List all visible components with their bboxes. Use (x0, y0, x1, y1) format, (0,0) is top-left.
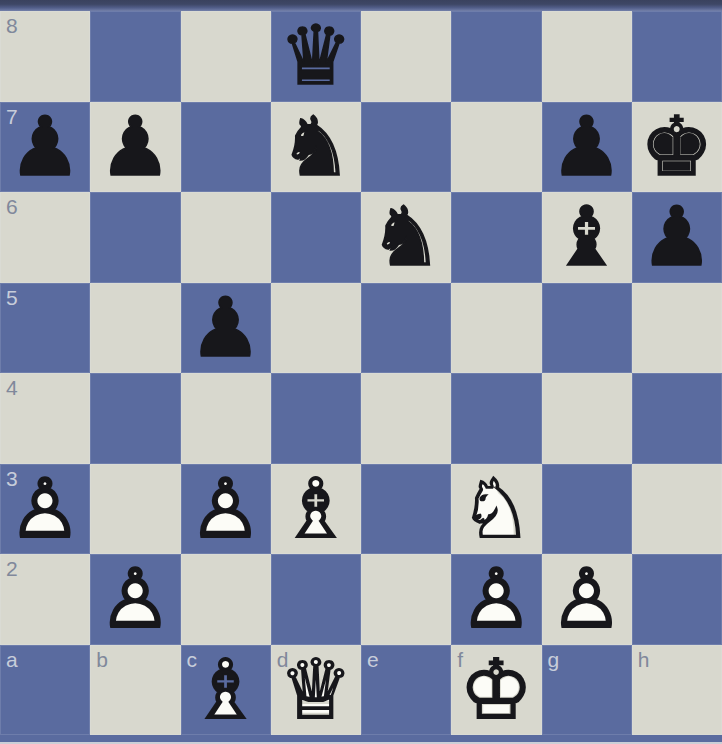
square-b6[interactable] (90, 192, 180, 283)
square-f4[interactable] (451, 373, 541, 464)
square-d1[interactable]: d♛♕ (271, 645, 361, 736)
chess-board: 8♛7♟♟♞♟♚6♞♝♟5♟43♟♙♟♙♝♗♞♘2♟♙♟♙♟♙abc♝♗d♛♕e… (0, 11, 722, 735)
square-g7[interactable]: ♟ (542, 102, 632, 193)
white-bishop-piece[interactable]: ♝♗ (271, 464, 361, 555)
white-pawn-piece[interactable]: ♟♙ (181, 464, 271, 555)
square-d7[interactable]: ♞ (271, 102, 361, 193)
square-a3[interactable]: 3♟♙ (0, 464, 90, 555)
square-d6[interactable] (271, 192, 361, 283)
square-d4[interactable] (271, 373, 361, 464)
coordinate-label-g: g (548, 649, 560, 670)
coordinate-label-4: 4 (6, 377, 18, 398)
square-c8[interactable] (181, 11, 271, 102)
square-g8[interactable] (542, 11, 632, 102)
white-piece-outline: ♙ (99, 558, 173, 640)
coordinate-label-e: e (367, 649, 379, 670)
white-piece-outline: ♙ (460, 558, 534, 640)
square-h6[interactable]: ♟ (632, 192, 722, 283)
board-top-edge (0, 0, 722, 11)
square-c2[interactable] (181, 554, 271, 645)
white-pawn-piece[interactable]: ♟♙ (451, 554, 541, 645)
coordinate-label-2: 2 (6, 558, 18, 579)
white-piece-outline: ♗ (279, 468, 353, 550)
square-f1[interactable]: f♚♔ (451, 645, 541, 736)
white-piece-fill: ♟ (460, 558, 534, 640)
black-knight-piece[interactable]: ♞ (271, 102, 361, 193)
white-piece-outline: ♕ (279, 649, 353, 731)
black-piece-glyph: ♚ (640, 106, 714, 188)
white-piece-outline: ♙ (189, 468, 263, 550)
white-piece-fill: ♝ (189, 649, 263, 731)
square-e2[interactable] (361, 554, 451, 645)
white-piece-outline: ♗ (189, 649, 263, 731)
black-pawn-piece[interactable]: ♟ (542, 102, 632, 193)
white-piece-fill: ♟ (550, 558, 624, 640)
black-queen-piece[interactable]: ♛ (271, 11, 361, 102)
square-c3[interactable]: ♟♙ (181, 464, 271, 555)
square-g5[interactable] (542, 283, 632, 374)
square-a7[interactable]: 7♟ (0, 102, 90, 193)
square-h4[interactable] (632, 373, 722, 464)
black-king-piece[interactable]: ♚ (632, 102, 722, 193)
square-c7[interactable] (181, 102, 271, 193)
square-g1[interactable]: g (542, 645, 632, 736)
square-g4[interactable] (542, 373, 632, 464)
white-piece-fill: ♚ (460, 649, 534, 731)
square-h8[interactable] (632, 11, 722, 102)
square-f8[interactable] (451, 11, 541, 102)
coordinate-label-6: 6 (6, 196, 18, 217)
white-piece-fill: ♟ (189, 468, 263, 550)
square-a4[interactable]: 4 (0, 373, 90, 464)
coordinate-label-b: b (96, 649, 108, 670)
square-e1[interactable]: e (361, 645, 451, 736)
square-b1[interactable]: b (90, 645, 180, 736)
square-h7[interactable]: ♚ (632, 102, 722, 193)
coordinate-label-8: 8 (6, 15, 18, 36)
square-g2[interactable]: ♟♙ (542, 554, 632, 645)
square-f5[interactable] (451, 283, 541, 374)
square-c5[interactable]: ♟ (181, 283, 271, 374)
square-e8[interactable] (361, 11, 451, 102)
square-c4[interactable] (181, 373, 271, 464)
chess-app-frame: 8♛7♟♟♞♟♚6♞♝♟5♟43♟♙♟♙♝♗♞♘2♟♙♟♙♟♙abc♝♗d♛♕e… (0, 0, 722, 744)
black-piece-glyph: ♟ (99, 106, 173, 188)
black-piece-glyph: ♞ (279, 106, 353, 188)
square-b2[interactable]: ♟♙ (90, 554, 180, 645)
black-pawn-piece[interactable]: ♟ (90, 102, 180, 193)
square-d3[interactable]: ♝♗ (271, 464, 361, 555)
white-pawn-piece[interactable]: ♟♙ (90, 554, 180, 645)
square-c6[interactable] (181, 192, 271, 283)
square-g6[interactable]: ♝ (542, 192, 632, 283)
coordinate-label-h: h (638, 649, 650, 670)
white-king-piece[interactable]: ♚♔ (451, 645, 541, 736)
white-piece-outline: ♙ (8, 468, 82, 550)
square-e6[interactable]: ♞ (361, 192, 451, 283)
white-piece-outline: ♙ (550, 558, 624, 640)
square-e7[interactable] (361, 102, 451, 193)
square-b5[interactable] (90, 283, 180, 374)
square-h1[interactable]: h (632, 645, 722, 736)
black-piece-glyph: ♛ (279, 15, 353, 97)
square-h5[interactable] (632, 283, 722, 374)
white-piece-fill: ♟ (99, 558, 173, 640)
black-pawn-piece[interactable]: ♟ (632, 192, 722, 283)
square-a1[interactable]: a (0, 645, 90, 736)
black-pawn-piece[interactable]: ♟ (181, 283, 271, 374)
square-a8[interactable]: 8 (0, 11, 90, 102)
square-a2[interactable]: 2 (0, 554, 90, 645)
square-e3[interactable] (361, 464, 451, 555)
square-b3[interactable] (90, 464, 180, 555)
square-c1[interactable]: c♝♗ (181, 645, 271, 736)
square-d8[interactable]: ♛ (271, 11, 361, 102)
square-f3[interactable]: ♞♘ (451, 464, 541, 555)
square-b8[interactable] (90, 11, 180, 102)
white-pawn-piece[interactable]: ♟♙ (542, 554, 632, 645)
square-e4[interactable] (361, 373, 451, 464)
black-piece-glyph: ♟ (8, 106, 82, 188)
square-d5[interactable] (271, 283, 361, 374)
black-piece-glyph: ♟ (550, 106, 624, 188)
coordinate-label-5: 5 (6, 287, 18, 308)
square-g3[interactable] (542, 464, 632, 555)
coordinate-label-a: a (6, 649, 18, 670)
white-piece-fill: ♞ (460, 468, 534, 550)
square-f7[interactable] (451, 102, 541, 193)
white-knight-piece[interactable]: ♞♘ (451, 464, 541, 555)
square-h2[interactable] (632, 554, 722, 645)
black-piece-glyph: ♝ (550, 196, 624, 278)
white-queen-piece[interactable]: ♛♕ (271, 645, 361, 736)
white-piece-fill: ♛ (279, 649, 353, 731)
black-pawn-piece[interactable]: ♟ (0, 102, 90, 193)
white-bishop-piece[interactable]: ♝♗ (181, 645, 271, 736)
square-f2[interactable]: ♟♙ (451, 554, 541, 645)
white-pawn-piece[interactable]: ♟♙ (0, 464, 90, 555)
square-h3[interactable] (632, 464, 722, 555)
square-d2[interactable] (271, 554, 361, 645)
black-piece-glyph: ♟ (189, 287, 263, 369)
board-bottom-edge (0, 735, 722, 744)
white-piece-outline: ♔ (460, 649, 534, 731)
square-a5[interactable]: 5 (0, 283, 90, 374)
square-a6[interactable]: 6 (0, 192, 90, 283)
square-f6[interactable] (451, 192, 541, 283)
black-knight-piece[interactable]: ♞ (361, 192, 451, 283)
white-piece-fill: ♟ (8, 468, 82, 550)
black-bishop-piece[interactable]: ♝ (542, 192, 632, 283)
square-b7[interactable]: ♟ (90, 102, 180, 193)
square-e5[interactable] (361, 283, 451, 374)
white-piece-fill: ♝ (279, 468, 353, 550)
black-piece-glyph: ♟ (640, 196, 714, 278)
square-b4[interactable] (90, 373, 180, 464)
white-piece-outline: ♘ (460, 468, 534, 550)
black-piece-glyph: ♞ (369, 196, 443, 278)
